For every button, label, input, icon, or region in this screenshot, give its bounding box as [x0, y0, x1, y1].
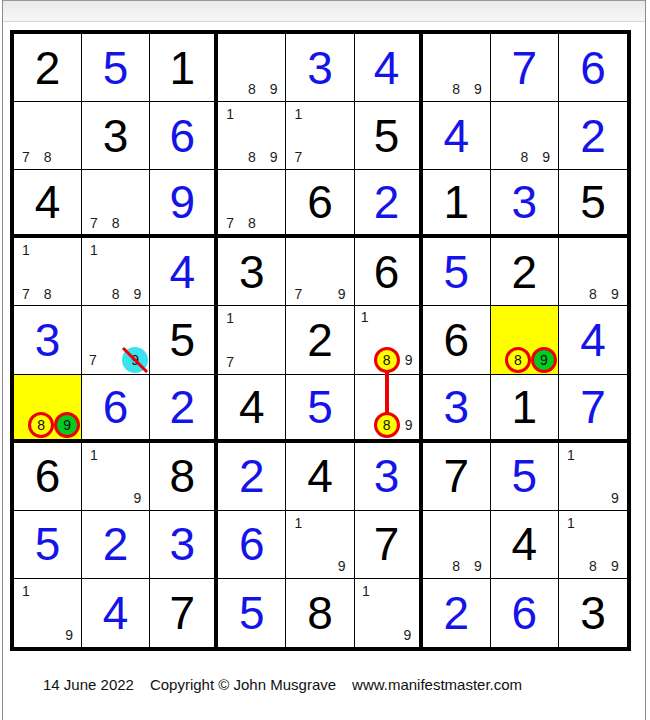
solved-digit: 7 — [491, 34, 558, 101]
candidate-digit: 9 — [542, 150, 550, 164]
given-digit: 4 — [286, 443, 353, 510]
candidates: 78 — [219, 171, 284, 233]
solved-digit: 4 — [559, 306, 627, 373]
solved-digit: 3 — [150, 511, 214, 578]
solved-digit: 6 — [218, 511, 285, 578]
candidate-digit: 8 — [520, 150, 528, 164]
solved-digit: 4 — [355, 34, 419, 101]
candidate-digit: 9 — [405, 353, 413, 367]
cell-r9c4[interactable]: 5 — [218, 579, 286, 647]
candidates: 189 — [83, 239, 148, 304]
cell-r7c4[interactable]: 2 — [218, 443, 286, 511]
candidate-digit: 9 — [403, 628, 411, 642]
cell-r4c3[interactable]: 4 — [150, 238, 218, 306]
candidates: 19 — [83, 444, 148, 509]
cell-r9c2[interactable]: 4 — [82, 579, 150, 647]
candidate-digit: 7 — [294, 287, 302, 301]
candidate-digit: 9 — [338, 559, 346, 573]
cell-r9c7[interactable]: 2 — [423, 579, 491, 647]
page-border-right — [645, 0, 646, 720]
candidate-digit: 8 — [248, 150, 256, 164]
given-digit: 6 — [355, 238, 419, 305]
candidate-digit: 8 — [452, 559, 460, 573]
solved-digit: 4 — [82, 579, 149, 647]
candidates: 89 — [560, 239, 626, 304]
cell-r8c2[interactable]: 2 — [82, 511, 150, 579]
cell-r2c9[interactable]: 2 — [559, 102, 627, 170]
solved-digit: 6 — [491, 579, 558, 647]
candidate-digit: 7 — [226, 216, 234, 230]
candidates: 89 — [492, 103, 557, 168]
cell-r8c5[interactable]: 19 — [286, 511, 354, 579]
candidate-digit: 8 — [589, 287, 597, 301]
cell-r7c2[interactable]: 19 — [82, 443, 150, 511]
cell-r7c7[interactable]: 7 — [423, 443, 491, 511]
cell-r3c1[interactable]: 4 — [14, 170, 82, 238]
cell-r2c7[interactable]: 4 — [423, 102, 491, 170]
cell-r2c8[interactable]: 89 — [491, 102, 559, 170]
solved-digit: 5 — [218, 579, 285, 647]
candidate-digit: 7 — [89, 353, 97, 367]
cell-r4c8[interactable]: 2 — [491, 238, 559, 306]
footer-copyright: Copyright © John Musgrave — [150, 676, 336, 693]
cell-r5c9[interactable]: 4 — [559, 306, 627, 374]
candidate-digit: 1 — [361, 310, 369, 324]
given-digit: 5 — [559, 170, 627, 234]
given-digit: 4 — [14, 170, 81, 234]
cell-r3c4[interactable]: 78 — [218, 170, 286, 238]
cell-r7c1[interactable]: 6 — [14, 443, 82, 511]
cell-r8c9[interactable]: 189 — [559, 511, 627, 579]
candidate-digit: 8 — [248, 216, 256, 230]
given-digit: 3 — [559, 579, 627, 647]
cell-r8c3[interactable]: 3 — [150, 511, 218, 579]
given-digit: 4 — [218, 375, 285, 439]
given-digit: 7 — [423, 443, 490, 510]
candidate-digit: 8 — [452, 82, 460, 96]
given-digit: 7 — [355, 511, 419, 578]
candidates: 189 — [219, 103, 284, 168]
candidate-digit: 7 — [294, 150, 302, 164]
red-circle-mark: 8 — [28, 412, 54, 438]
cell-r4c6[interactable]: 6 — [355, 238, 423, 306]
candidate-digit: 1 — [22, 243, 30, 257]
red-circle-mark: 8 — [505, 347, 531, 373]
cell-r2c3[interactable]: 6 — [150, 102, 218, 170]
candidates: 79 — [83, 307, 148, 372]
cell-r6c3[interactable]: 2 — [150, 375, 218, 443]
candidate-digit: 8 — [44, 287, 52, 301]
candidates: 89 — [492, 307, 557, 372]
candidate-digit: 7 — [22, 150, 30, 164]
given-digit: 1 — [491, 375, 558, 439]
candidate-digit: 9 — [611, 287, 619, 301]
candidate-digit: 7 — [90, 216, 98, 230]
candidate-digit: 1 — [567, 448, 575, 462]
candidate-digit: 1 — [226, 311, 234, 325]
cell-r5c4[interactable]: 17 — [218, 306, 286, 374]
candidate-digit: 7 — [22, 287, 30, 301]
candidate-digit: 1 — [90, 448, 98, 462]
candidates: 89 — [15, 376, 80, 438]
cell-r2c1[interactable]: 78 — [14, 102, 82, 170]
cell-r4c7[interactable]: 5 — [423, 238, 491, 306]
cell-r5c3[interactable]: 5 — [150, 306, 218, 374]
cell-r9c3[interactable]: 7 — [150, 579, 218, 647]
given-digit: 3 — [82, 102, 149, 169]
cell-r1c3[interactable]: 1 — [150, 34, 218, 102]
cell-r1c1[interactable]: 2 — [14, 34, 82, 102]
solved-digit: 5 — [82, 34, 149, 101]
cell-r6c9[interactable]: 7 — [559, 375, 627, 443]
given-digit: 5 — [150, 306, 214, 373]
cell-r1c8[interactable]: 7 — [491, 34, 559, 102]
candidate-digit: 8 — [112, 216, 120, 230]
cell-r3c9[interactable]: 5 — [559, 170, 627, 238]
candidates: 89 — [219, 35, 284, 100]
cell-r9c1[interactable]: 19 — [14, 579, 82, 647]
candidates: 89 — [424, 512, 489, 577]
cell-r2c5[interactable]: 17 — [286, 102, 354, 170]
cell-r3c3[interactable]: 9 — [150, 170, 218, 238]
candidates: 19 — [287, 512, 352, 577]
cell-r3c5[interactable]: 6 — [286, 170, 354, 238]
cyan-elimination-mark: 9 — [122, 347, 148, 373]
cell-r4c1[interactable]: 178 — [14, 238, 82, 306]
cell-r3c6[interactable]: 2 — [355, 170, 423, 238]
candidates: 89 — [424, 35, 489, 100]
given-digit: 6 — [14, 443, 81, 510]
candidate-digit: 8 — [44, 150, 52, 164]
candidates: 17 — [287, 103, 352, 168]
cell-r5c7[interactable]: 6 — [423, 306, 491, 374]
given-digit: 6 — [423, 306, 490, 373]
given-digit: 8 — [286, 579, 353, 647]
candidate-digit: 1 — [90, 243, 98, 257]
cell-r9c8[interactable]: 6 — [491, 579, 559, 647]
cell-r8c4[interactable]: 6 — [218, 511, 286, 579]
solved-digit: 3 — [423, 375, 490, 439]
candidates: 178 — [15, 239, 80, 304]
cell-r6c1[interactable]: 89 — [14, 375, 82, 443]
cell-r1c6[interactable]: 4 — [355, 34, 423, 102]
solved-digit: 2 — [355, 170, 419, 234]
candidate-digit: 8 — [248, 82, 256, 96]
candidate-digit: 9 — [474, 82, 482, 96]
candidate-digit: 9 — [474, 559, 482, 573]
solved-digit: 3 — [491, 170, 558, 234]
solved-digit: 6 — [150, 102, 214, 169]
candidate-digit: 9 — [338, 287, 346, 301]
given-digit: 3 — [218, 238, 285, 305]
given-digit: 2 — [286, 306, 353, 373]
candidates: 19 — [560, 444, 626, 509]
candidate-digit: 7 — [226, 355, 234, 369]
candidate-digit: 1 — [22, 584, 30, 598]
footer-website: www.manifestmaster.com — [352, 676, 522, 693]
candidate-digit: 9 — [270, 150, 278, 164]
candidates: 19 — [356, 580, 418, 646]
cell-r2c6[interactable]: 5 — [355, 102, 423, 170]
candidate-digit: 1 — [226, 107, 234, 121]
cell-r6c4[interactable]: 4 — [218, 375, 286, 443]
solved-digit: 5 — [423, 238, 490, 305]
candidate-digit: 1 — [567, 516, 575, 530]
cell-r3c2[interactable]: 78 — [82, 170, 150, 238]
given-digit: 6 — [286, 170, 353, 234]
cell-r5c2[interactable]: 79 — [82, 306, 150, 374]
candidate-digit: 9 — [133, 491, 141, 505]
cell-r4c2[interactable]: 189 — [82, 238, 150, 306]
cell-r9c5[interactable]: 8 — [286, 579, 354, 647]
candidate-digit: 1 — [294, 107, 302, 121]
solved-digit: 2 — [218, 443, 285, 510]
solved-digit: 5 — [491, 443, 558, 510]
given-digit: 7 — [150, 579, 214, 647]
footer-date: 14 June 2022 — [43, 676, 134, 693]
candidates: 189 — [560, 512, 626, 577]
cell-r8c6[interactable]: 7 — [355, 511, 423, 579]
cell-r1c4[interactable]: 89 — [218, 34, 286, 102]
given-digit: 8 — [150, 443, 214, 510]
candidates: 79 — [287, 239, 352, 304]
cell-r1c7[interactable]: 89 — [423, 34, 491, 102]
solved-digit: 5 — [14, 511, 81, 578]
cell-r1c5[interactable]: 3 — [286, 34, 354, 102]
green-circle-mark: 9 — [54, 412, 80, 438]
candidate-digit: 1 — [362, 584, 370, 598]
cell-r1c2[interactable]: 5 — [82, 34, 150, 102]
given-digit: 4 — [491, 511, 558, 578]
candidates: 78 — [15, 103, 80, 168]
given-digit: 1 — [150, 34, 214, 101]
solved-digit: 5 — [286, 375, 353, 439]
header-bar — [3, 0, 645, 22]
cell-r2c2[interactable]: 3 — [82, 102, 150, 170]
cell-r9c9[interactable]: 3 — [559, 579, 627, 647]
candidates: 189 — [356, 307, 418, 372]
cell-r7c8[interactable]: 5 — [491, 443, 559, 511]
cell-r8c1[interactable]: 5 — [14, 511, 82, 579]
red-circle-mark: 8 — [374, 412, 400, 438]
cell-r4c5[interactable]: 79 — [286, 238, 354, 306]
cell-r6c6[interactable]: 89 — [355, 375, 423, 443]
solved-digit: 2 — [423, 579, 490, 647]
cell-r6c7[interactable]: 3 — [423, 375, 491, 443]
page: 2518934897678361891754892478978621351781… — [0, 0, 650, 720]
cell-r7c9[interactable]: 19 — [559, 443, 627, 511]
candidate-digit: 9 — [270, 82, 278, 96]
solved-digit: 4 — [150, 238, 214, 305]
cell-r4c4[interactable]: 3 — [218, 238, 286, 306]
given-digit: 2 — [491, 238, 558, 305]
candidate-digit: 8 — [589, 559, 597, 573]
cell-r5c8[interactable]: 89 — [491, 306, 559, 374]
cell-r7c6[interactable]: 3 — [355, 443, 423, 511]
cell-r5c1[interactable]: 3 — [14, 306, 82, 374]
solved-digit: 2 — [82, 511, 149, 578]
cell-r3c7[interactable]: 1 — [423, 170, 491, 238]
solved-digit: 3 — [355, 443, 419, 510]
candidates: 78 — [83, 171, 148, 233]
cell-r7c5[interactable]: 4 — [286, 443, 354, 511]
cell-r6c2[interactable]: 6 — [82, 375, 150, 443]
solved-digit: 6 — [82, 375, 149, 439]
green-circle-mark: 9 — [531, 347, 557, 373]
footer: 14 June 2022 Copyright © John Musgrave w… — [43, 676, 522, 693]
solved-digit: 4 — [423, 102, 490, 169]
candidates: 19 — [15, 580, 80, 646]
given-digit: 2 — [14, 34, 81, 101]
candidate-digit: 8 — [112, 287, 120, 301]
cell-r1c9[interactable]: 6 — [559, 34, 627, 102]
candidate-digit: 1 — [294, 516, 302, 530]
solved-digit: 9 — [150, 170, 214, 234]
cell-r6c8[interactable]: 1 — [491, 375, 559, 443]
candidate-digit: 9 — [611, 491, 619, 505]
solved-digit: 3 — [286, 34, 353, 101]
candidate-digit: 9 — [611, 559, 619, 573]
candidate-digit: 9 — [405, 418, 413, 432]
solved-digit: 2 — [559, 102, 627, 169]
cell-r8c8[interactable]: 4 — [491, 511, 559, 579]
given-digit: 5 — [355, 102, 419, 169]
solved-digit: 7 — [559, 375, 627, 439]
candidate-digit: 9 — [65, 628, 73, 642]
solved-digit: 6 — [559, 34, 627, 101]
solved-digit: 2 — [150, 375, 214, 439]
cell-r8c7[interactable]: 89 — [423, 511, 491, 579]
cell-r9c6[interactable]: 19 — [355, 579, 423, 647]
given-digit: 1 — [423, 170, 490, 234]
cell-r3c8[interactable]: 3 — [491, 170, 559, 238]
board: 2518934897678361891754892478978621351781… — [10, 30, 631, 651]
red-circle-mark: 8 — [374, 347, 400, 373]
candidate-digit: 9 — [133, 287, 141, 301]
page-border-left — [2, 0, 3, 720]
cell-r5c5[interactable]: 2 — [286, 306, 354, 374]
solved-digit: 3 — [14, 306, 81, 373]
cell-r7c3[interactable]: 8 — [150, 443, 218, 511]
cell-r6c5[interactable]: 5 — [286, 375, 354, 443]
candidates: 17 — [219, 307, 284, 372]
cell-r5c6[interactable]: 189 — [355, 306, 423, 374]
cell-r2c4[interactable]: 189 — [218, 102, 286, 170]
cell-r4c9[interactable]: 89 — [559, 238, 627, 306]
